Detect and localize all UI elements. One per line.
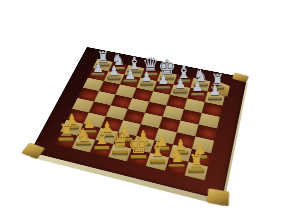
corner-bracket-front bbox=[207, 188, 229, 206]
chess-board bbox=[30, 47, 247, 200]
corner-bracket-right bbox=[232, 73, 249, 83]
board-grid bbox=[54, 59, 227, 181]
chess-set-photo: ♜♞♝♛♚♝♞♜♟♟♟♟♟♟♟♟♟♟♟♟♟♟♟♟♜♞♝♛♚♝♞♜ bbox=[0, 0, 290, 222]
